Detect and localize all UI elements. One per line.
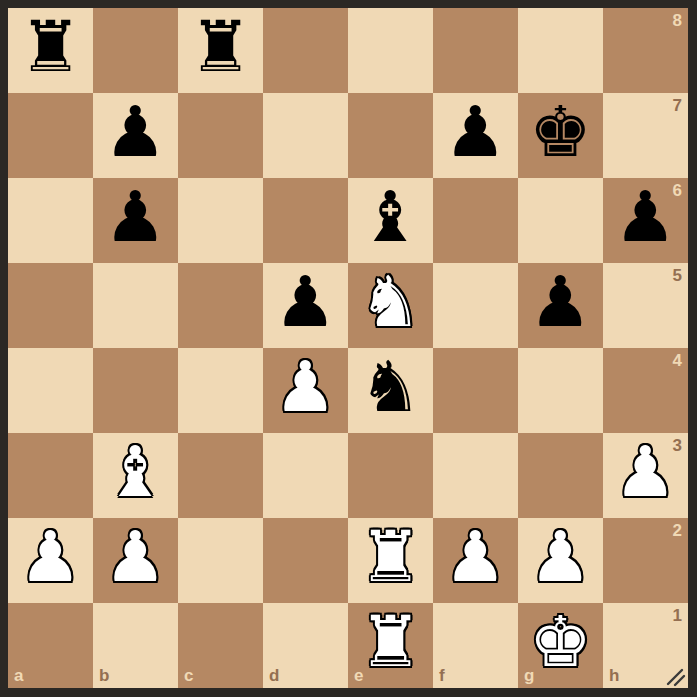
square-f8[interactable] [433,8,518,93]
square-b3[interactable]: ♝ [93,433,178,518]
chess-board: ♜♜8♟♟♚7♟♝♟6♟♞♟5♟♞4♝♟3♟♟♜♟♟2abcd♜ef♚g1h [8,8,688,688]
square-h8[interactable]: 8 [603,8,688,93]
square-g2[interactable]: ♟ [518,518,603,603]
square-h7[interactable]: 7 [603,93,688,178]
square-e4[interactable]: ♞ [348,348,433,433]
black-rook[interactable]: ♜ [19,5,82,90]
black-pawn[interactable]: ♟ [529,260,592,345]
rank-label-2: 2 [673,521,682,541]
square-e6[interactable]: ♝ [348,178,433,263]
file-label-b: b [99,666,109,686]
square-e1[interactable]: ♜e [348,603,433,688]
square-b8[interactable] [93,8,178,93]
rank-label-5: 5 [673,266,682,286]
rank-label-1: 1 [673,606,682,626]
square-e2[interactable]: ♜ [348,518,433,603]
rank-label-8: 8 [673,11,682,31]
white-pawn[interactable]: ♟ [444,515,507,600]
square-h6[interactable]: ♟6 [603,178,688,263]
file-label-c: c [184,666,193,686]
square-e7[interactable] [348,93,433,178]
square-d6[interactable] [263,178,348,263]
file-label-d: d [269,666,279,686]
square-b7[interactable]: ♟ [93,93,178,178]
black-rook[interactable]: ♜ [189,5,252,90]
square-g8[interactable] [518,8,603,93]
square-a5[interactable] [8,263,93,348]
square-a4[interactable] [8,348,93,433]
black-pawn[interactable]: ♟ [444,90,507,175]
black-knight[interactable]: ♞ [359,345,422,430]
square-f3[interactable] [433,433,518,518]
square-a6[interactable] [8,178,93,263]
square-d4[interactable]: ♟ [263,348,348,433]
square-f7[interactable]: ♟ [433,93,518,178]
square-a7[interactable] [8,93,93,178]
square-g4[interactable] [518,348,603,433]
resize-handle-icon[interactable] [665,666,687,688]
file-label-h: h [609,666,619,686]
square-f4[interactable] [433,348,518,433]
file-label-f: f [439,666,445,686]
square-c6[interactable] [178,178,263,263]
black-pawn[interactable]: ♟ [104,90,167,175]
square-d1[interactable]: d [263,603,348,688]
square-e5[interactable]: ♞ [348,263,433,348]
square-g3[interactable] [518,433,603,518]
white-pawn[interactable]: ♟ [529,515,592,600]
square-e8[interactable] [348,8,433,93]
square-h2[interactable]: 2 [603,518,688,603]
white-knight[interactable]: ♞ [359,260,422,345]
white-pawn[interactable]: ♟ [614,430,677,515]
square-d8[interactable] [263,8,348,93]
square-d5[interactable]: ♟ [263,263,348,348]
square-c2[interactable] [178,518,263,603]
square-f2[interactable]: ♟ [433,518,518,603]
black-king[interactable]: ♚ [529,90,592,175]
square-g5[interactable]: ♟ [518,263,603,348]
square-f1[interactable]: f [433,603,518,688]
rank-label-4: 4 [673,351,682,371]
square-c5[interactable] [178,263,263,348]
square-f6[interactable] [433,178,518,263]
square-c1[interactable]: c [178,603,263,688]
square-b2[interactable]: ♟ [93,518,178,603]
square-b6[interactable]: ♟ [93,178,178,263]
square-d2[interactable] [263,518,348,603]
square-d3[interactable] [263,433,348,518]
square-a2[interactable]: ♟ [8,518,93,603]
square-c7[interactable] [178,93,263,178]
white-rook[interactable]: ♜ [359,515,422,600]
chess-app-screen: ♜♜8♟♟♚7♟♝♟6♟♞♟5♟♞4♝♟3♟♟♜♟♟2abcd♜ef♚g1h [0,0,697,697]
white-king[interactable]: ♚ [529,600,592,685]
white-rook[interactable]: ♜ [359,600,422,685]
square-d7[interactable] [263,93,348,178]
square-c8[interactable]: ♜ [178,8,263,93]
square-h3[interactable]: ♟3 [603,433,688,518]
rank-label-7: 7 [673,96,682,116]
square-g1[interactable]: ♚g [518,603,603,688]
white-pawn[interactable]: ♟ [274,345,337,430]
file-label-a: a [14,666,23,686]
black-bishop[interactable]: ♝ [359,175,422,260]
square-e3[interactable] [348,433,433,518]
white-pawn[interactable]: ♟ [19,515,82,600]
square-c3[interactable] [178,433,263,518]
square-a1[interactable]: a [8,603,93,688]
white-bishop[interactable]: ♝ [104,430,167,515]
square-h4[interactable]: 4 [603,348,688,433]
square-b1[interactable]: b [93,603,178,688]
black-pawn[interactable]: ♟ [274,260,337,345]
square-c4[interactable] [178,348,263,433]
square-g7[interactable]: ♚ [518,93,603,178]
white-pawn[interactable]: ♟ [104,515,167,600]
square-f5[interactable] [433,263,518,348]
square-a8[interactable]: ♜ [8,8,93,93]
square-b4[interactable] [93,348,178,433]
square-a3[interactable] [8,433,93,518]
square-h5[interactable]: 5 [603,263,688,348]
black-pawn[interactable]: ♟ [104,175,167,260]
square-b5[interactable] [93,263,178,348]
black-pawn[interactable]: ♟ [614,175,677,260]
square-g6[interactable] [518,178,603,263]
